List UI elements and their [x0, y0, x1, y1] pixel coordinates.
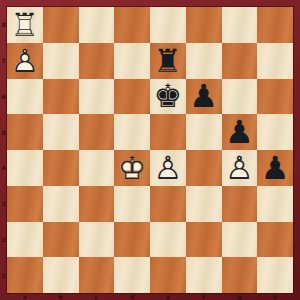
piece-outline-glyph: ♙: [222, 150, 258, 186]
rank-label-6: 6: [0, 79, 7, 115]
square-b1[interactable]: [43, 257, 79, 293]
square-a2[interactable]: [7, 222, 43, 258]
piece-fill-glyph: ♟: [7, 43, 43, 79]
rank-label-5: 5: [0, 114, 7, 150]
chess-board: ♜♖♟♙♜♚♟♟♚♔♟♙♟♙♟: [7, 7, 293, 293]
white-pawn-a7-icon[interactable]: ♟♙: [7, 43, 43, 79]
square-h3[interactable]: [257, 186, 293, 222]
square-e2[interactable]: [150, 222, 186, 258]
piece-outline-glyph: ♙: [150, 150, 186, 186]
rank-labels: 87654321: [0, 7, 7, 293]
white-rook-a8-icon[interactable]: ♜♖: [7, 7, 43, 43]
chess-board-frame: 87654321 abcdefgh ♜♖♟♙♜♚♟♟♚♔♟♙♟♙♟: [0, 0, 300, 300]
square-d5[interactable]: [114, 114, 150, 150]
square-c7[interactable]: [79, 43, 115, 79]
square-a1[interactable]: [7, 257, 43, 293]
square-a5[interactable]: [7, 114, 43, 150]
square-b4[interactable]: [43, 150, 79, 186]
piece-fill-glyph: ♚: [150, 79, 186, 115]
file-label-a: a: [7, 293, 43, 300]
piece-fill-glyph: ♟: [150, 150, 186, 186]
square-g7[interactable]: [222, 43, 258, 79]
square-f8[interactable]: [186, 7, 222, 43]
rank-label-1: 1: [0, 257, 7, 293]
black-pawn-h4-icon[interactable]: ♟: [257, 150, 293, 186]
file-label-f: f: [186, 293, 222, 300]
black-king-e6-icon[interactable]: ♚: [150, 79, 186, 115]
piece-fill-glyph: ♚: [114, 150, 150, 186]
square-c3[interactable]: [79, 186, 115, 222]
square-h7[interactable]: [257, 43, 293, 79]
square-e6[interactable]: ♚: [150, 79, 186, 115]
square-b6[interactable]: [43, 79, 79, 115]
square-b8[interactable]: [43, 7, 79, 43]
square-g2[interactable]: [222, 222, 258, 258]
file-label-b: b: [43, 293, 79, 300]
file-label-h: h: [257, 293, 293, 300]
piece-fill-glyph: ♟: [222, 114, 258, 150]
square-a4[interactable]: [7, 150, 43, 186]
square-f6[interactable]: ♟: [186, 79, 222, 115]
file-label-c: c: [79, 293, 115, 300]
file-label-g: g: [222, 293, 258, 300]
square-f2[interactable]: [186, 222, 222, 258]
square-c5[interactable]: [79, 114, 115, 150]
square-h2[interactable]: [257, 222, 293, 258]
square-g1[interactable]: [222, 257, 258, 293]
square-f4[interactable]: [186, 150, 222, 186]
square-a7[interactable]: ♟♙: [7, 43, 43, 79]
square-h5[interactable]: [257, 114, 293, 150]
square-d3[interactable]: [114, 186, 150, 222]
black-pawn-f6-icon[interactable]: ♟: [186, 79, 222, 115]
square-a3[interactable]: [7, 186, 43, 222]
square-g6[interactable]: [222, 79, 258, 115]
square-e8[interactable]: [150, 7, 186, 43]
square-f7[interactable]: [186, 43, 222, 79]
square-f3[interactable]: [186, 186, 222, 222]
piece-fill-glyph: ♟: [186, 79, 222, 115]
square-b5[interactable]: [43, 114, 79, 150]
rank-label-7: 7: [0, 43, 7, 79]
piece-fill-glyph: ♟: [257, 150, 293, 186]
square-a8[interactable]: ♜♖: [7, 7, 43, 43]
square-d2[interactable]: [114, 222, 150, 258]
square-d8[interactable]: [114, 7, 150, 43]
white-pawn-e4-icon[interactable]: ♟♙: [150, 150, 186, 186]
square-e5[interactable]: [150, 114, 186, 150]
square-d7[interactable]: [114, 43, 150, 79]
black-pawn-g5-icon[interactable]: ♟: [222, 114, 258, 150]
square-f5[interactable]: [186, 114, 222, 150]
square-g3[interactable]: [222, 186, 258, 222]
rank-label-3: 3: [0, 186, 7, 222]
rank-label-4: 4: [0, 150, 7, 186]
square-a6[interactable]: [7, 79, 43, 115]
square-c6[interactable]: [79, 79, 115, 115]
square-b3[interactable]: [43, 186, 79, 222]
square-e1[interactable]: [150, 257, 186, 293]
square-e3[interactable]: [150, 186, 186, 222]
square-b2[interactable]: [43, 222, 79, 258]
black-rook-e7-icon[interactable]: ♜: [150, 43, 186, 79]
file-label-e: e: [150, 293, 186, 300]
square-c2[interactable]: [79, 222, 115, 258]
white-king-d4-icon[interactable]: ♚♔: [114, 150, 150, 186]
square-c8[interactable]: [79, 7, 115, 43]
white-pawn-g4-icon[interactable]: ♟♙: [222, 150, 258, 186]
square-d1[interactable]: [114, 257, 150, 293]
rank-label-2: 2: [0, 222, 7, 258]
square-f1[interactable]: [186, 257, 222, 293]
square-d6[interactable]: [114, 79, 150, 115]
rank-label-8: 8: [0, 7, 7, 43]
square-h1[interactable]: [257, 257, 293, 293]
piece-fill-glyph: ♟: [222, 150, 258, 186]
square-h6[interactable]: [257, 79, 293, 115]
piece-outline-glyph: ♙: [7, 43, 43, 79]
square-b7[interactable]: [43, 43, 79, 79]
piece-fill-glyph: ♜: [7, 7, 43, 43]
file-label-d: d: [114, 293, 150, 300]
square-e4[interactable]: ♟♙: [150, 150, 186, 186]
piece-outline-glyph: ♖: [7, 7, 43, 43]
square-e7[interactable]: ♜: [150, 43, 186, 79]
file-labels: abcdefgh: [7, 293, 293, 300]
square-g4[interactable]: ♟♙: [222, 150, 258, 186]
piece-fill-glyph: ♜: [150, 43, 186, 79]
square-g5[interactable]: ♟: [222, 114, 258, 150]
square-g8[interactable]: [222, 7, 258, 43]
square-c4[interactable]: [79, 150, 115, 186]
square-h4[interactable]: ♟: [257, 150, 293, 186]
square-h8[interactable]: [257, 7, 293, 43]
piece-outline-glyph: ♔: [114, 150, 150, 186]
square-d4[interactable]: ♚♔: [114, 150, 150, 186]
square-c1[interactable]: [79, 257, 115, 293]
